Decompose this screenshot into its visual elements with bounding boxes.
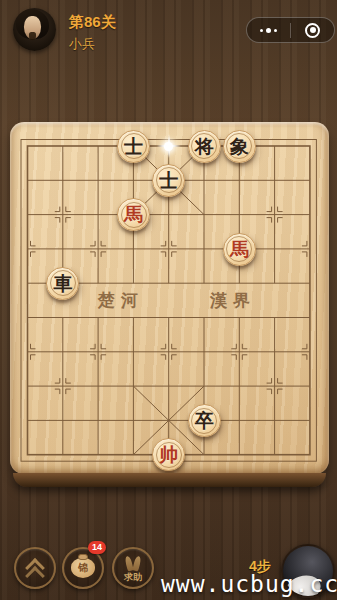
avatar-beard: [29, 32, 36, 40]
piece-black-車[interactable]: 車: [46, 267, 79, 300]
xiangqi-board: 楚河漢界 士将象士馬馬車卒帅: [10, 122, 329, 474]
piece-red-馬[interactable]: 馬: [117, 198, 150, 231]
pieces-layer: 士将象士馬馬車卒帅: [10, 129, 328, 472]
piece-black-将[interactable]: 将: [188, 130, 221, 163]
praying-hands-icon: [126, 555, 140, 571]
piece-black-士[interactable]: 士: [117, 130, 150, 163]
more-menu-button[interactable]: [247, 18, 290, 42]
piece-black-士[interactable]: 士: [152, 164, 185, 197]
exit-button[interactable]: [291, 18, 334, 42]
watermark-text: www.ucbug.cc: [161, 571, 337, 597]
hint-count-badge: 14: [88, 541, 106, 554]
rank-label: 小兵: [69, 35, 95, 53]
exit-target-icon: [305, 23, 320, 38]
game-screen: 第86关 小兵 楚河漢界 士将象士馬馬車卒帅 锦 14 求助 4步 www.uc…: [0, 0, 337, 600]
ask-help-button[interactable]: 求助: [112, 547, 154, 589]
last-move-highlight: [164, 142, 173, 151]
more-dots-icon: [260, 28, 277, 33]
opponent-avatar[interactable]: [13, 8, 56, 51]
expand-menu-button[interactable]: [14, 547, 56, 589]
piece-red-帅[interactable]: 帅: [152, 438, 185, 471]
miniprogram-capsule: [246, 17, 335, 43]
piece-black-卒[interactable]: 卒: [188, 404, 221, 437]
level-label: 第86关: [69, 13, 116, 32]
piece-red-馬[interactable]: 馬: [223, 233, 256, 266]
money-bag-icon: 锦: [71, 558, 95, 578]
piece-black-象[interactable]: 象: [223, 130, 256, 163]
